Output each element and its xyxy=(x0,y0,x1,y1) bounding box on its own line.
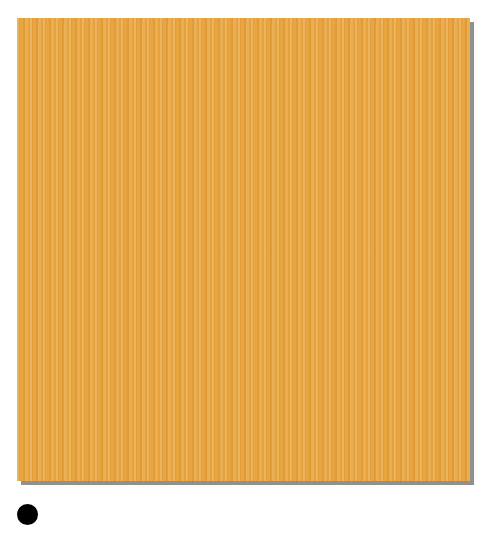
go-board[interactable] xyxy=(17,18,470,481)
go-diagram-page xyxy=(0,0,500,537)
caption-black-stone-icon xyxy=(17,504,38,525)
caption xyxy=(17,503,44,525)
